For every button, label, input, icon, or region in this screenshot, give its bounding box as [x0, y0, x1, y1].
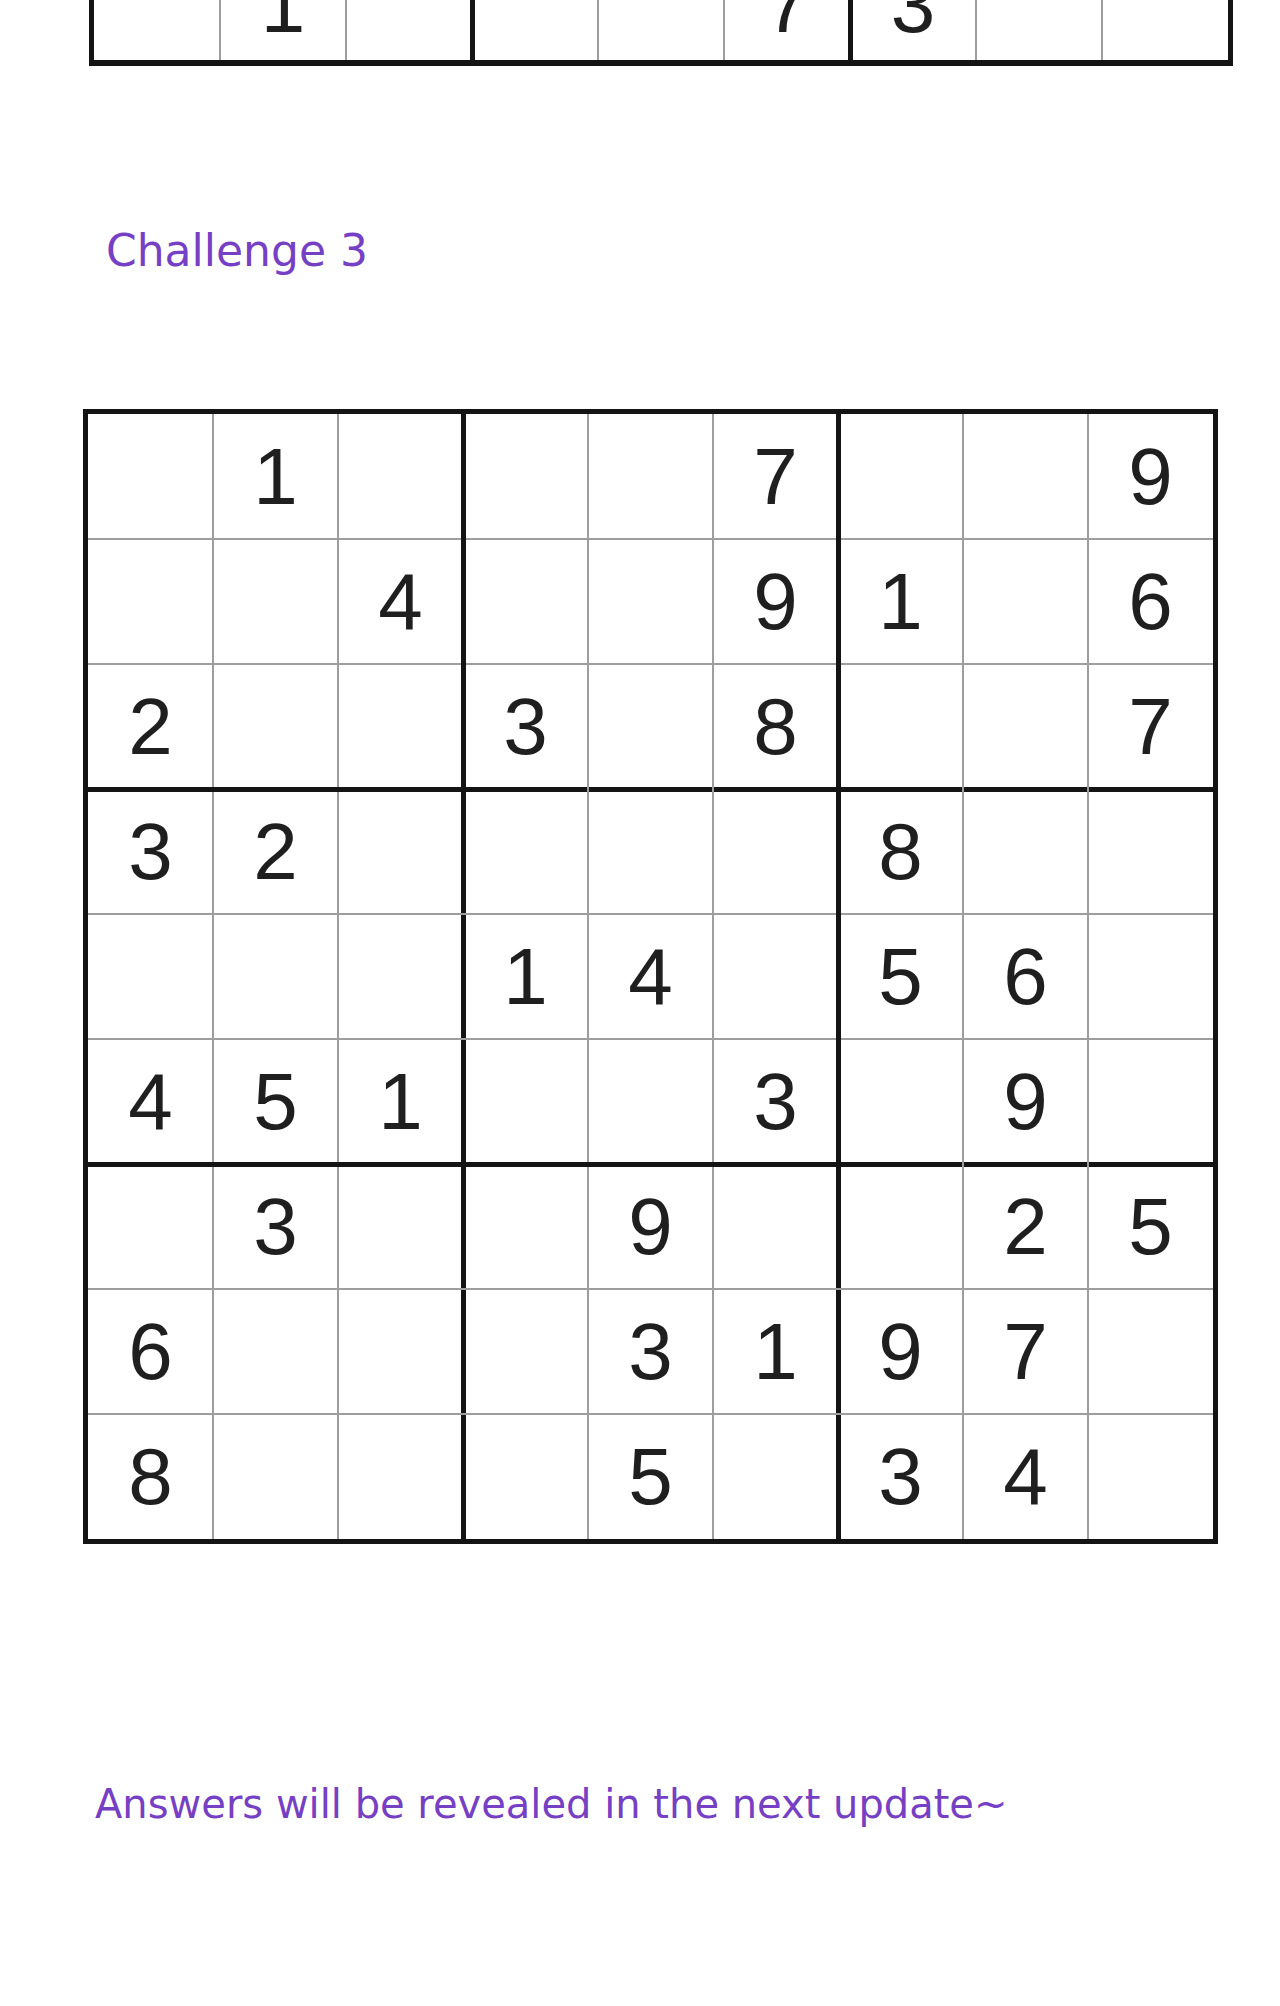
sudoku-cell-r4c5	[588, 789, 713, 914]
previous-grid-cell-c9	[1102, 0, 1228, 66]
previous-grid-line-vertical-6	[848, 0, 853, 66]
previous-grid-fragment: 173	[89, 0, 1233, 66]
previous-grid-cell-c7: 3	[850, 0, 976, 66]
sudoku-cell-r3c6: 8	[713, 664, 838, 789]
sudoku-cell-r6c8: 9	[963, 1039, 1088, 1164]
sudoku-cell-r1c5	[588, 414, 713, 539]
sudoku-cell-r4c6	[713, 789, 838, 914]
previous-grid-bottom-row: 173	[94, 0, 1228, 66]
sudoku-cell-r1c8	[963, 414, 1088, 539]
sudoku-cell-r7c8: 2	[963, 1164, 1088, 1289]
sudoku-cell-r1c7	[838, 414, 963, 539]
sudoku-cell-r7c7	[838, 1164, 963, 1289]
previous-grid-line-vertical-2	[345, 0, 347, 66]
sudoku-cell-r3c8	[963, 664, 1088, 789]
sudoku-cell-r7c9: 5	[1088, 1164, 1213, 1289]
previous-grid-line-vertical-7	[975, 0, 977, 66]
sudoku-cell-r3c4: 3	[463, 664, 588, 789]
sudoku-cell-r7c2: 3	[213, 1164, 338, 1289]
sudoku-cell-r3c2	[213, 664, 338, 789]
sudoku-cell-r1c3	[338, 414, 463, 539]
sudoku-cell-r2c7: 1	[838, 539, 963, 664]
sudoku-cell-r5c7: 5	[838, 914, 963, 1039]
sudoku-cell-r2c5	[588, 539, 713, 664]
sudoku-cell-r3c1: 2	[88, 664, 213, 789]
sudoku-cell-r6c9	[1088, 1039, 1213, 1164]
sudoku-cell-r2c1	[88, 539, 213, 664]
sudoku-cell-r6c3: 1	[338, 1039, 463, 1164]
previous-grid-cell-c5	[598, 0, 724, 66]
sudoku-cell-r2c6: 9	[713, 539, 838, 664]
sudoku-cell-r1c9: 9	[1088, 414, 1213, 539]
sudoku-cell-r6c1: 4	[88, 1039, 213, 1164]
sudoku-cell-r5c8: 6	[963, 914, 1088, 1039]
sudoku-cell-r4c8	[963, 789, 1088, 914]
sudoku-cell-r1c6: 7	[713, 414, 838, 539]
sudoku-cell-r2c2	[213, 539, 338, 664]
sudoku-cell-r2c3: 4	[338, 539, 463, 664]
sudoku-cell-r8c2	[213, 1289, 338, 1414]
sudoku-cell-r3c7	[838, 664, 963, 789]
sudoku-cell-r4c4	[463, 789, 588, 914]
sudoku-cell-r8c5: 3	[588, 1289, 713, 1414]
sudoku-cell-r6c4	[463, 1039, 588, 1164]
sudoku-cell-r9c4	[463, 1414, 588, 1539]
sudoku-cell-r3c3	[338, 664, 463, 789]
sudoku-cell-r7c1	[88, 1164, 213, 1289]
sudoku-cells: 179491623873281456451393925631978534	[88, 414, 1213, 1539]
sudoku-cell-r6c5	[588, 1039, 713, 1164]
sudoku-cell-r5c6	[713, 914, 838, 1039]
sudoku-cell-r7c4	[463, 1164, 588, 1289]
sudoku-cell-r8c6: 1	[713, 1289, 838, 1414]
sudoku-cell-r5c5: 4	[588, 914, 713, 1039]
previous-grid-cell-c8	[976, 0, 1102, 66]
previous-grid-cell-c6: 7	[724, 0, 850, 66]
sudoku-cell-r9c8: 4	[963, 1414, 1088, 1539]
sudoku-cell-r7c6	[713, 1164, 838, 1289]
sudoku-cell-r8c4	[463, 1289, 588, 1414]
sudoku-cell-r5c1	[88, 914, 213, 1039]
sudoku-cell-r4c7: 8	[838, 789, 963, 914]
sudoku-cell-r3c9: 7	[1088, 664, 1213, 789]
previous-grid-line-vertical-5	[723, 0, 725, 66]
sudoku-cell-r4c1: 3	[88, 789, 213, 914]
previous-grid-line-vertical-8	[1101, 0, 1103, 66]
sudoku-cell-r5c2	[213, 914, 338, 1039]
sudoku-cell-r8c3	[338, 1289, 463, 1414]
sudoku-cell-r9c6	[713, 1414, 838, 1539]
sudoku-cell-r6c6: 3	[713, 1039, 838, 1164]
sudoku-cell-r4c2: 2	[213, 789, 338, 914]
sudoku-cell-r5c9	[1088, 914, 1213, 1039]
sudoku-cell-r1c4	[463, 414, 588, 539]
sudoku-cell-r4c9	[1088, 789, 1213, 914]
sudoku-cell-r6c7	[838, 1039, 963, 1164]
sudoku-cell-r4c3	[338, 789, 463, 914]
challenge-title: Challenge 3	[106, 222, 368, 279]
footer-note: Answers will be revealed in the next upd…	[95, 1778, 1007, 1830]
previous-grid-line-vertical-1	[219, 0, 221, 66]
sudoku-cell-r9c5: 5	[588, 1414, 713, 1539]
sudoku-cell-r9c2	[213, 1414, 338, 1539]
sudoku-cell-r1c1	[88, 414, 213, 539]
previous-grid-line-vertical-3	[470, 0, 475, 66]
previous-grid-cell-c1	[94, 0, 220, 66]
sudoku-cell-r2c8	[963, 539, 1088, 664]
sudoku-cell-r7c3	[338, 1164, 463, 1289]
sudoku-cell-r3c5	[588, 664, 713, 789]
sudoku-cell-r8c7: 9	[838, 1289, 963, 1414]
sudoku-cell-r8c1: 6	[88, 1289, 213, 1414]
sudoku-cell-r8c9	[1088, 1289, 1213, 1414]
sudoku-cell-r9c9	[1088, 1414, 1213, 1539]
sudoku-cell-r5c3	[338, 914, 463, 1039]
sudoku-cell-r6c2: 5	[213, 1039, 338, 1164]
sudoku-cell-r7c5: 9	[588, 1164, 713, 1289]
previous-grid-cell-c2: 1	[220, 0, 346, 66]
sudoku-cell-r9c3	[338, 1414, 463, 1539]
sudoku-cell-r1c2: 1	[213, 414, 338, 539]
sudoku-cell-r9c1: 8	[88, 1414, 213, 1539]
sudoku-cell-r8c8: 7	[963, 1289, 1088, 1414]
previous-grid-cell-c3	[346, 0, 472, 66]
sudoku-cell-r2c9: 6	[1088, 539, 1213, 664]
previous-grid-line-vertical-4	[597, 0, 599, 66]
previous-grid-cell-c4	[472, 0, 598, 66]
sudoku-cell-r5c4: 1	[463, 914, 588, 1039]
sudoku-cell-r9c7: 3	[838, 1414, 963, 1539]
sudoku-cell-r2c4	[463, 539, 588, 664]
sudoku-grid: 179491623873281456451393925631978534	[83, 409, 1218, 1544]
